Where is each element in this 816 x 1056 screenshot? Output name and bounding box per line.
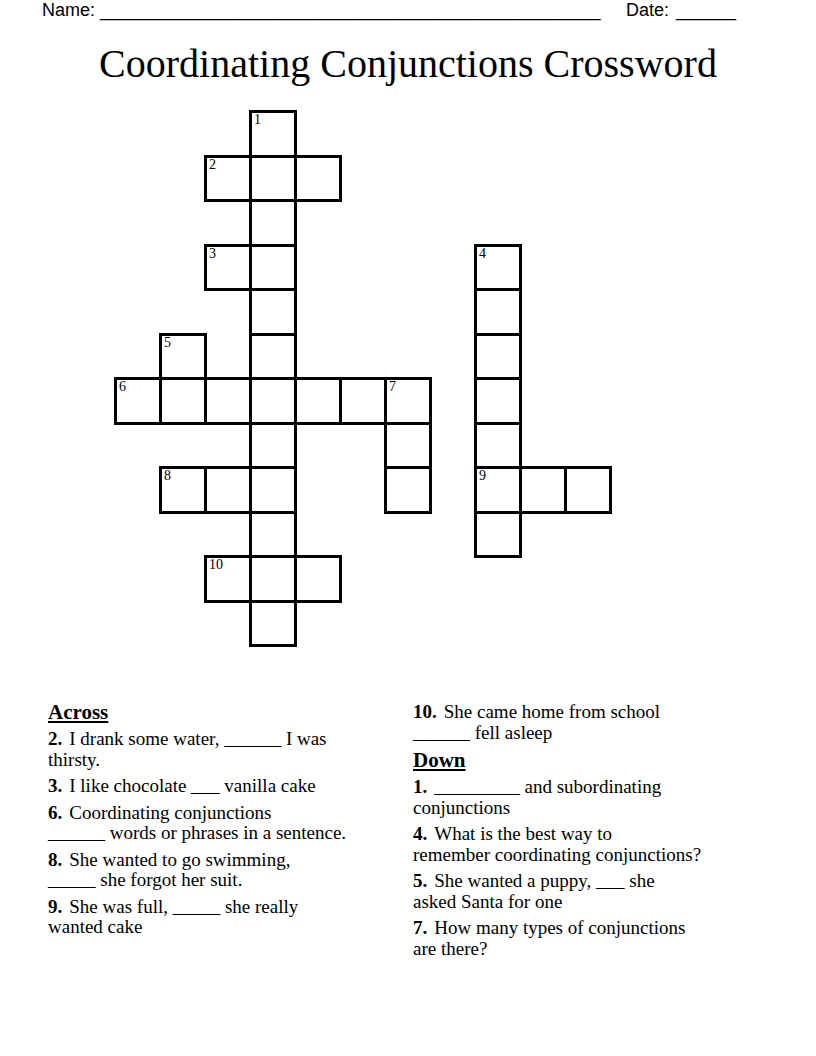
grid-cell-number-2: 2 (209, 157, 216, 173)
grid-cell-r6c0[interactable]: 6 (114, 377, 162, 425)
clue-across-9: 9.She was full, _____ she really wanted … (48, 897, 410, 938)
clue-down-4: 4.What is the best way to remember coord… (413, 824, 787, 865)
grid-cell-r1c4[interactable] (294, 155, 342, 203)
clue-down-7-text: How many types of conjunctions are there… (413, 917, 685, 959)
grid-cell-r6c6[interactable]: 7 (384, 377, 432, 425)
clue-across-10-number: 10. (413, 701, 437, 722)
name-blank-line[interactable]: ________________________________________… (100, 0, 601, 21)
grid-cell-r8c8[interactable]: 9 (474, 466, 522, 514)
grid-cell-number-4: 4 (479, 246, 486, 262)
across-heading: Across (48, 702, 410, 723)
clue-across-6-number: 6. (48, 802, 62, 823)
grid-cell-r8c9[interactable] (519, 466, 567, 514)
grid-cell-r5c8[interactable] (474, 333, 522, 381)
clue-down-7-number: 7. (413, 917, 427, 938)
clues-right-column: 10.She came home from school ______ fell… (413, 702, 787, 959)
clue-down-1-text: _________ and subordinating conjunctions (413, 776, 661, 818)
clue-across-3-text: I like chocolate ___ vanilla cake (69, 775, 315, 796)
clue-across-2-number: 2. (48, 728, 62, 749)
clues-left-column: Across 2.I drank some water, ______ I wa… (48, 702, 410, 938)
clue-down-1-number: 1. (413, 776, 427, 797)
grid-cell-r10c2[interactable]: 10 (204, 555, 252, 603)
clue-down-7: 7.How many types of conjunctions are the… (413, 918, 787, 959)
grid-cell-r1c3[interactable] (249, 155, 297, 203)
grid-cell-r6c3[interactable] (249, 377, 297, 425)
grid-cell-r6c4[interactable] (294, 377, 342, 425)
clue-down-5-text: She wanted a puppy, ___ she asked Santa … (413, 870, 655, 912)
grid-cell-r0c3[interactable]: 1 (249, 110, 297, 158)
clue-down-5: 5.She wanted a puppy, ___ she asked Sant… (413, 871, 787, 912)
clue-across-8-text: She wanted to go swimming, _____ she for… (48, 849, 290, 891)
clue-across-9-text: She was full, _____ she really wanted ca… (48, 896, 298, 938)
grid-cell-number-10: 10 (209, 557, 223, 573)
grid-cell-r6c1[interactable] (159, 377, 207, 425)
grid-cell-number-6: 6 (119, 379, 126, 395)
date-label: Date: (626, 0, 669, 21)
clue-across-8: 8.She wanted to go swimming, _____ she f… (48, 850, 410, 891)
grid-cell-r7c8[interactable] (474, 422, 522, 470)
grid-cell-number-7: 7 (389, 379, 396, 395)
grid-cell-r3c8[interactable]: 4 (474, 244, 522, 292)
page-title: Coordinating Conjunctions Crossword (0, 42, 816, 86)
grid-cell-number-8: 8 (164, 468, 171, 484)
name-label: Name: (42, 0, 95, 21)
clue-across-9-number: 9. (48, 896, 62, 917)
grid-cell-r7c3[interactable] (249, 422, 297, 470)
grid-cell-r10c4[interactable] (294, 555, 342, 603)
grid-cell-r8c6[interactable] (384, 466, 432, 514)
grid-cell-r4c3[interactable] (249, 288, 297, 336)
grid-cell-r11c3[interactable] (249, 600, 297, 648)
grid-cell-r6c8[interactable] (474, 377, 522, 425)
clue-across-2-text: I drank some water, ______ I was thirsty… (48, 728, 327, 770)
grid-cell-number-5: 5 (164, 335, 171, 351)
grid-cell-r9c8[interactable] (474, 511, 522, 559)
grid-cell-r3c2[interactable]: 3 (204, 244, 252, 292)
clue-down-4-number: 4. (413, 823, 427, 844)
clue-across-6: 6.Coordinating conjunctions ______ words… (48, 803, 410, 844)
grid-cell-r5c1[interactable]: 5 (159, 333, 207, 381)
grid-cell-r7c6[interactable] (384, 422, 432, 470)
worksheet-page: Name: __________________________________… (0, 0, 816, 1056)
clue-down-4-text: What is the best way to remember coordin… (413, 823, 701, 865)
crossword-grid: 12345678910 (114, 110, 612, 647)
grid-cell-r6c5[interactable] (339, 377, 387, 425)
grid-cell-r4c8[interactable] (474, 288, 522, 336)
grid-cell-r6c2[interactable] (204, 377, 252, 425)
grid-cell-number-9: 9 (479, 468, 486, 484)
grid-cell-r2c3[interactable] (249, 199, 297, 247)
down-heading: Down (413, 750, 787, 771)
clue-across-3-number: 3. (48, 775, 62, 796)
grid-cell-r5c3[interactable] (249, 333, 297, 381)
grid-cell-r8c10[interactable] (564, 466, 612, 514)
clue-across-10: 10.She came home from school ______ fell… (413, 702, 787, 743)
grid-cell-r8c1[interactable]: 8 (159, 466, 207, 514)
clue-across-8-number: 8. (48, 849, 62, 870)
grid-cell-number-3: 3 (209, 246, 216, 262)
grid-cell-r8c3[interactable] (249, 466, 297, 514)
grid-cell-number-1: 1 (254, 112, 261, 128)
grid-cell-r10c3[interactable] (249, 555, 297, 603)
grid-cell-r8c2[interactable] (204, 466, 252, 514)
clue-across-2: 2.I drank some water, ______ I was thirs… (48, 729, 410, 770)
clue-down-1: 1._________ and subordinating conjunctio… (413, 777, 787, 818)
grid-cell-r1c2[interactable]: 2 (204, 155, 252, 203)
clue-across-6-text: Coordinating conjunctions ______ words o… (48, 802, 346, 844)
date-blank-line[interactable]: ______ (676, 0, 736, 21)
grid-cell-r9c3[interactable] (249, 511, 297, 559)
clue-across-3: 3.I like chocolate ___ vanilla cake (48, 776, 410, 797)
clue-down-5-number: 5. (413, 870, 427, 891)
clue-across-10-text: She came home from school ______ fell as… (413, 701, 660, 743)
grid-cell-r3c3[interactable] (249, 244, 297, 292)
